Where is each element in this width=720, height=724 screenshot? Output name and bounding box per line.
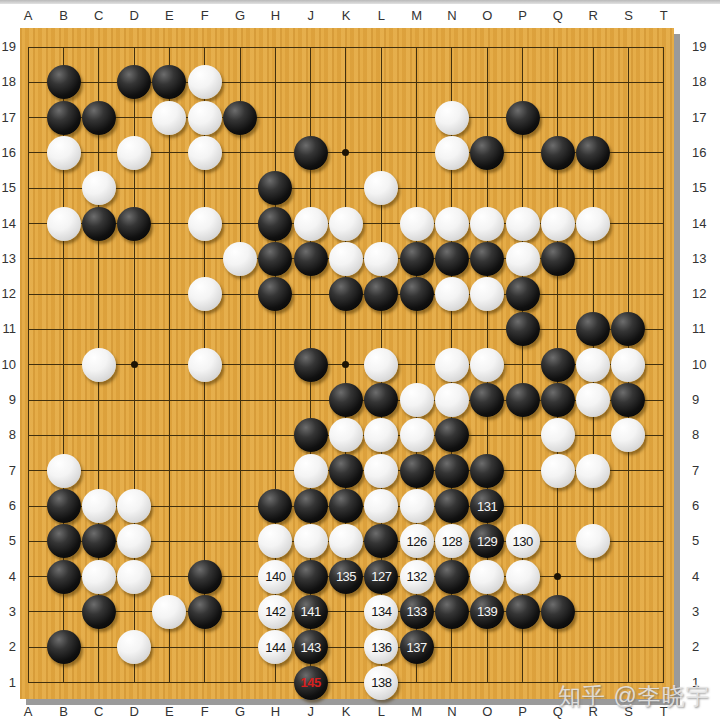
stone-black-O3: 139 (470, 595, 504, 629)
stone-white-H4: 140 (258, 560, 292, 594)
stone-black-Q3 (541, 595, 575, 629)
stone-black-H13 (258, 242, 292, 276)
stone-white-L10 (364, 348, 398, 382)
row-label-left-19: 19 (0, 39, 16, 55)
stone-white-R10 (576, 348, 610, 382)
stone-black-G17 (223, 101, 257, 135)
row-label-left-15: 15 (0, 180, 16, 196)
move-number-137: 137 (407, 641, 427, 654)
stone-white-L13 (364, 242, 398, 276)
stone-black-Q10 (541, 348, 575, 382)
col-label-top-O: O (475, 8, 499, 24)
stone-black-B18 (47, 65, 81, 99)
stone-black-B4 (47, 560, 81, 594)
stone-black-M13 (400, 242, 434, 276)
stone-white-F16 (188, 136, 222, 170)
stone-black-P11 (506, 312, 540, 346)
col-label-bottom-H: H (263, 704, 287, 720)
col-label-top-R: R (581, 8, 605, 24)
move-number-127: 127 (371, 570, 391, 583)
stone-black-C14 (82, 207, 116, 241)
row-label-right-8: 8 (692, 427, 718, 443)
col-label-bottom-M: M (405, 704, 429, 720)
row-label-right-10: 10 (692, 357, 718, 373)
row-label-left-14: 14 (0, 216, 16, 232)
stone-white-P13 (506, 242, 540, 276)
stone-white-M8 (400, 418, 434, 452)
stone-black-K12 (329, 277, 363, 311)
row-label-right-18: 18 (692, 74, 718, 90)
move-number-133: 133 (407, 605, 427, 618)
stone-black-N4 (435, 560, 469, 594)
stone-white-L7 (364, 454, 398, 488)
stone-white-F14 (188, 207, 222, 241)
stone-white-O10 (470, 348, 504, 382)
col-label-bottom-C: C (87, 704, 111, 720)
stone-white-J14 (294, 207, 328, 241)
col-label-top-C: C (87, 8, 111, 24)
stone-black-B2 (47, 630, 81, 664)
stone-white-M9 (400, 383, 434, 417)
stone-black-F3 (188, 595, 222, 629)
col-label-bottom-A: A (16, 704, 40, 720)
col-label-bottom-F: F (193, 704, 217, 720)
stone-black-J2: 143 (294, 630, 328, 664)
stone-black-M2: 137 (400, 630, 434, 664)
col-label-bottom-P: P (511, 704, 535, 720)
col-label-bottom-L: L (369, 704, 393, 720)
row-label-left-13: 13 (0, 251, 16, 267)
col-label-bottom-N: N (440, 704, 464, 720)
stone-black-B5 (47, 524, 81, 558)
stone-white-P14 (506, 207, 540, 241)
stone-white-C10 (82, 348, 116, 382)
move-number-126: 126 (407, 535, 427, 548)
row-label-right-17: 17 (692, 110, 718, 126)
stone-white-D16 (117, 136, 151, 170)
col-label-top-G: G (228, 8, 252, 24)
col-label-top-Q: Q (546, 8, 570, 24)
move-number-135: 135 (336, 570, 356, 583)
move-number-138: 138 (371, 676, 391, 689)
row-label-left-6: 6 (0, 498, 16, 514)
stone-white-N10 (435, 348, 469, 382)
row-label-left-3: 3 (0, 604, 16, 620)
move-number-141: 141 (301, 605, 321, 618)
move-number-131: 131 (477, 500, 497, 513)
stone-black-K6 (329, 489, 363, 523)
row-label-right-14: 14 (692, 216, 718, 232)
stone-white-G13 (223, 242, 257, 276)
col-label-top-K: K (334, 8, 358, 24)
move-number-134: 134 (371, 605, 391, 618)
top-edge-strip (0, 0, 720, 4)
row-label-right-12: 12 (692, 286, 718, 302)
stone-black-Q13 (541, 242, 575, 276)
move-number-140: 140 (265, 570, 285, 583)
row-label-right-19: 19 (692, 39, 718, 55)
stone-black-B6 (47, 489, 81, 523)
stone-black-M3: 133 (400, 595, 434, 629)
stone-white-P5: 130 (506, 524, 540, 558)
stone-black-N13 (435, 242, 469, 276)
stone-black-J13 (294, 242, 328, 276)
stone-black-N7 (435, 454, 469, 488)
stone-white-N12 (435, 277, 469, 311)
col-label-bottom-J: J (299, 704, 323, 720)
stone-white-M4: 132 (400, 560, 434, 594)
stone-black-M7 (400, 454, 434, 488)
stone-white-Q8 (541, 418, 575, 452)
stone-white-D6 (117, 489, 151, 523)
col-label-bottom-K: K (334, 704, 358, 720)
stone-black-C3 (82, 595, 116, 629)
stone-white-F12 (188, 277, 222, 311)
stone-white-R9 (576, 383, 610, 417)
move-number-129: 129 (477, 535, 497, 548)
col-label-top-F: F (193, 8, 217, 24)
move-number-143: 143 (301, 641, 321, 654)
col-label-top-L: L (369, 8, 393, 24)
row-label-left-8: 8 (0, 427, 16, 443)
row-label-right-13: 13 (692, 251, 718, 267)
stone-white-L3: 134 (364, 595, 398, 629)
stone-black-O13 (470, 242, 504, 276)
col-label-top-N: N (440, 8, 464, 24)
stone-black-Q9 (541, 383, 575, 417)
stone-black-B17 (47, 101, 81, 135)
watermark: 知乎 @李晓宇 (558, 681, 710, 712)
stone-black-J8 (294, 418, 328, 452)
go-diagram: 知乎 @李晓宇 AABBCCDDEEFFGGHHJJKKLLMMNNOOPPQQ… (0, 0, 720, 724)
stone-white-K14 (329, 207, 363, 241)
col-label-top-T: T (652, 8, 676, 24)
row-label-left-18: 18 (0, 74, 16, 90)
stone-black-N6 (435, 489, 469, 523)
stone-black-K7 (329, 454, 363, 488)
move-number-145: 145 (301, 676, 321, 689)
stone-white-F18 (188, 65, 222, 99)
stone-white-C6 (82, 489, 116, 523)
stone-white-Q7 (541, 454, 575, 488)
stone-black-Q16 (541, 136, 575, 170)
stone-black-J10 (294, 348, 328, 382)
stone-white-B14 (47, 207, 81, 241)
stone-white-N17 (435, 101, 469, 135)
stone-white-M5: 126 (400, 524, 434, 558)
stone-white-J7 (294, 454, 328, 488)
row-label-left-10: 10 (0, 357, 16, 373)
stone-white-N9 (435, 383, 469, 417)
row-label-left-17: 17 (0, 110, 16, 126)
move-number-136: 136 (371, 641, 391, 654)
move-number-128: 128 (442, 535, 462, 548)
stone-white-N5: 128 (435, 524, 469, 558)
row-label-right-11: 11 (692, 321, 718, 337)
row-label-left-5: 5 (0, 533, 16, 549)
row-label-right-9: 9 (692, 392, 718, 408)
row-label-left-2: 2 (0, 639, 16, 655)
col-label-top-S: S (616, 8, 640, 24)
row-label-right-3: 3 (692, 604, 718, 620)
stone-white-L1: 138 (364, 666, 398, 700)
row-label-left-9: 9 (0, 392, 16, 408)
col-label-top-J: J (299, 8, 323, 24)
stone-black-F4 (188, 560, 222, 594)
row-label-right-15: 15 (692, 180, 718, 196)
move-number-142: 142 (265, 605, 285, 618)
stone-black-J3: 141 (294, 595, 328, 629)
row-label-left-12: 12 (0, 286, 16, 302)
stone-white-J5 (294, 524, 328, 558)
row-label-right-4: 4 (692, 569, 718, 585)
row-label-left-11: 11 (0, 321, 16, 337)
move-number-139: 139 (477, 605, 497, 618)
col-label-top-D: D (122, 8, 146, 24)
stone-black-N3 (435, 595, 469, 629)
stone-white-C15 (82, 171, 116, 205)
stone-black-C5 (82, 524, 116, 558)
stone-black-L4: 127 (364, 560, 398, 594)
stone-black-J1: 145 (294, 666, 328, 700)
col-label-bottom-D: D (122, 704, 146, 720)
stone-black-O7 (470, 454, 504, 488)
stone-black-C17 (82, 101, 116, 135)
row-label-left-4: 4 (0, 569, 16, 585)
stone-black-K9 (329, 383, 363, 417)
row-label-right-6: 6 (692, 498, 718, 514)
stone-black-P9 (506, 383, 540, 417)
stone-white-R7 (576, 454, 610, 488)
stone-white-N14 (435, 207, 469, 241)
row-label-left-1: 1 (0, 675, 16, 691)
stone-white-Q14 (541, 207, 575, 241)
stone-white-N16 (435, 136, 469, 170)
stone-white-M14 (400, 207, 434, 241)
stone-white-R14 (576, 207, 610, 241)
col-label-top-M: M (405, 8, 429, 24)
stone-black-O16 (470, 136, 504, 170)
row-label-right-16: 16 (692, 145, 718, 161)
stone-black-P17 (506, 101, 540, 135)
stone-white-B16 (47, 136, 81, 170)
stone-black-R16 (576, 136, 610, 170)
stone-white-B7 (47, 454, 81, 488)
stone-white-O14 (470, 207, 504, 241)
row-label-left-16: 16 (0, 145, 16, 161)
col-label-bottom-E: E (157, 704, 181, 720)
stone-black-H14 (258, 207, 292, 241)
stone-black-D14 (117, 207, 151, 241)
stone-white-C4 (82, 560, 116, 594)
stone-white-K13 (329, 242, 363, 276)
move-number-144: 144 (265, 641, 285, 654)
col-label-bottom-G: G (228, 704, 252, 720)
col-label-bottom-O: O (475, 704, 499, 720)
move-number-132: 132 (407, 570, 427, 583)
col-label-top-B: B (52, 8, 76, 24)
stone-white-S10 (611, 348, 645, 382)
stone-black-J4 (294, 560, 328, 594)
stone-black-J16 (294, 136, 328, 170)
col-label-top-E: E (157, 8, 181, 24)
col-label-top-A: A (16, 8, 40, 24)
stone-white-D4 (117, 560, 151, 594)
stone-white-E17 (152, 101, 186, 135)
move-number-130: 130 (512, 535, 532, 548)
row-label-right-2: 2 (692, 639, 718, 655)
row-label-left-7: 7 (0, 463, 16, 479)
stone-black-P3 (506, 595, 540, 629)
star-point-D10 (131, 361, 138, 368)
stone-black-O6: 131 (470, 489, 504, 523)
stone-white-M6 (400, 489, 434, 523)
stone-white-O4 (470, 560, 504, 594)
stone-black-K4: 135 (329, 560, 363, 594)
grid-vline-T (663, 47, 664, 684)
stone-black-P12 (506, 277, 540, 311)
stone-white-F17 (188, 101, 222, 135)
col-label-top-H: H (263, 8, 287, 24)
stone-black-J6 (294, 489, 328, 523)
col-label-top-P: P (511, 8, 535, 24)
col-label-bottom-B: B (52, 704, 76, 720)
row-label-right-5: 5 (692, 533, 718, 549)
row-label-right-7: 7 (692, 463, 718, 479)
stone-white-F10 (188, 348, 222, 382)
stone-white-P4 (506, 560, 540, 594)
stone-black-M12 (400, 277, 434, 311)
